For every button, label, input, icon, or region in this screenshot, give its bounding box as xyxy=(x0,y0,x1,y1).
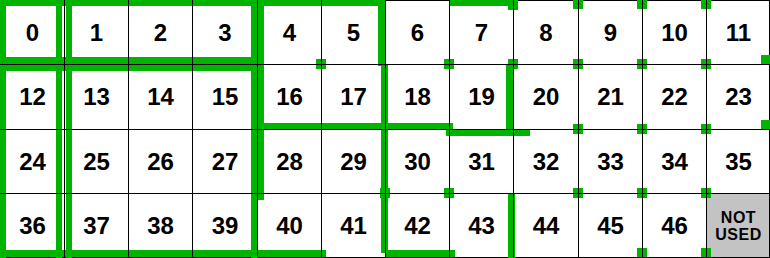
cell-31: 31 xyxy=(450,130,513,193)
region-outline-segment xyxy=(386,250,455,257)
cell-41: 41 xyxy=(322,194,385,258)
cell-22: 22 xyxy=(643,65,706,129)
region-outline-segment xyxy=(258,0,264,200)
cell-32: 32 xyxy=(514,130,578,193)
tile-grid-board: 0123456789101112131415161718192021222324… xyxy=(0,0,770,258)
grid-line-horizontal xyxy=(0,64,770,65)
cell-29: 29 xyxy=(322,130,385,193)
cell-36: 36 xyxy=(1,194,64,258)
cell-35: 35 xyxy=(707,130,770,193)
cell-12: 12 xyxy=(1,65,64,129)
cell-27: 27 xyxy=(193,130,257,193)
cell-42: 42 xyxy=(386,194,449,258)
cell-26: 26 xyxy=(129,130,192,193)
cell-34: 34 xyxy=(643,130,706,193)
region-outline-segment xyxy=(0,250,326,257)
region-outline-segment xyxy=(449,0,517,6)
cell-0: 0 xyxy=(1,1,64,64)
region-corner-tick xyxy=(761,55,770,64)
region-corner-tick xyxy=(761,120,770,129)
cell-24: 24 xyxy=(1,130,64,193)
cell-37: 37 xyxy=(65,194,128,258)
cell-33: 33 xyxy=(579,130,642,193)
cell-30: 30 xyxy=(386,130,449,193)
region-outline-segment xyxy=(506,64,513,130)
cell-3: 3 xyxy=(193,1,257,64)
region-outline-segment xyxy=(378,0,385,66)
cell-44: 44 xyxy=(514,194,578,258)
cell-9: 9 xyxy=(579,1,642,64)
cell-15: 15 xyxy=(193,65,257,129)
cell-39: 39 xyxy=(193,194,257,258)
cell-16: 16 xyxy=(258,65,321,129)
cell-19: 19 xyxy=(450,65,513,129)
cell-2: 2 xyxy=(129,1,192,64)
cell-25: 25 xyxy=(65,130,128,193)
cell-28: 28 xyxy=(258,130,321,193)
cell-43: 43 xyxy=(450,194,513,258)
cell-not-used: NOT USED xyxy=(707,194,770,258)
cell-14: 14 xyxy=(129,65,192,129)
cell-38: 38 xyxy=(129,194,192,258)
region-outline-segment xyxy=(446,129,530,136)
cell-40: 40 xyxy=(258,194,321,258)
cell-10: 10 xyxy=(643,1,706,64)
cell-6: 6 xyxy=(386,1,449,64)
cell-17: 17 xyxy=(322,65,385,129)
cell-20: 20 xyxy=(514,65,578,129)
cell-18: 18 xyxy=(386,65,449,129)
cell-4: 4 xyxy=(258,1,321,64)
cell-13: 13 xyxy=(65,65,128,129)
cell-46: 46 xyxy=(643,194,706,258)
cell-8: 8 xyxy=(514,1,578,64)
cell-7: 7 xyxy=(450,1,513,64)
cell-45: 45 xyxy=(579,194,642,258)
grid-line-horizontal xyxy=(0,193,770,194)
cell-1: 1 xyxy=(65,1,128,64)
cell-21: 21 xyxy=(579,65,642,129)
cell-5: 5 xyxy=(322,1,385,64)
grid-line-horizontal xyxy=(0,129,770,130)
